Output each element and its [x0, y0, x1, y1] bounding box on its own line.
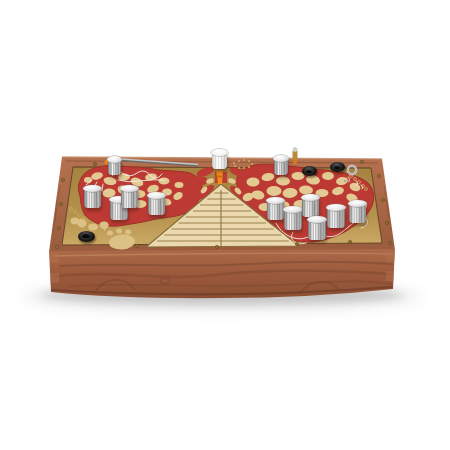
brass-screw [295, 242, 298, 245]
pebble-shape [159, 178, 170, 185]
black-knob [302, 166, 317, 176]
amber-bead [293, 160, 297, 164]
pebble-shape [247, 178, 260, 187]
box-joint [386, 271, 395, 281]
brass-screw [215, 245, 218, 248]
pebble-shape [107, 231, 113, 236]
brass-screw [93, 162, 96, 165]
brass-screw [377, 174, 380, 177]
photo-canvas [0, 0, 450, 450]
silver-knob [267, 200, 284, 220]
brass-screw [55, 245, 58, 248]
brass-screw [135, 244, 138, 247]
silver-knob [84, 188, 101, 208]
box-joint [50, 253, 59, 263]
silver-knob [108, 159, 121, 175]
silver-knob [121, 188, 138, 208]
black-knob [330, 162, 345, 172]
crown-etch-dot [238, 160, 240, 162]
pebble-shape [71, 218, 80, 225]
pebble-shape [175, 182, 184, 188]
crown-etch-dot [251, 163, 253, 165]
brass-screw [59, 202, 62, 205]
crown-etch-dot [243, 159, 245, 161]
pebble-shape [116, 229, 122, 234]
product-photo-svg [0, 0, 450, 450]
pebble-shape [84, 177, 92, 183]
silver-knob [308, 219, 326, 240]
orange-stem-band [217, 176, 222, 178]
crown-etch-dot [248, 166, 250, 168]
crown-etch-dot [243, 167, 245, 169]
pebble-shape [267, 186, 282, 196]
silver-knob [274, 158, 288, 175]
silver-knob [284, 209, 302, 230]
crown-etch-dot [233, 162, 235, 164]
silver-knob [148, 195, 165, 215]
silver-knob [349, 203, 366, 223]
brass-screw [57, 226, 60, 229]
brass-screw [360, 160, 363, 163]
standoff-cap [293, 147, 298, 152]
blue-dot [344, 180, 346, 182]
brass-screw [388, 241, 391, 244]
box-joint [386, 251, 395, 261]
box-joint [50, 273, 59, 283]
wood-front-face [49, 249, 395, 298]
clear-knob [212, 152, 227, 169]
pebble-shape [125, 230, 131, 235]
pebble-shape [88, 224, 98, 231]
brass-screw [385, 221, 388, 224]
black-knob [78, 231, 95, 242]
crown-etch-dot [238, 167, 240, 169]
crown-etch-dot [248, 160, 250, 162]
silver-knob [302, 197, 319, 217]
brass-screw [381, 198, 384, 201]
crown-etch-dot [234, 165, 236, 167]
brass-screw [61, 178, 64, 181]
brass-screw [348, 240, 351, 243]
silver-knob [327, 207, 345, 228]
pebble-shape [322, 172, 334, 180]
